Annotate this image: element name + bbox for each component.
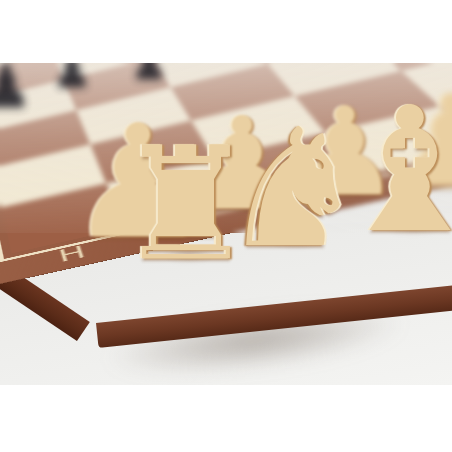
screenshot-canvas: HGFEDCBA 87654321 ♟♟♟♟♟♟♝♟♞♜ — [0, 0, 452, 452]
black-pawn-g2: ♟ — [52, 63, 92, 94]
white-rook-h8: ♜ — [116, 127, 256, 283]
photo-area: HGFEDCBA 87654321 ♟♟♟♟♟♟♝♟♞♜ — [0, 63, 452, 385]
black-pawn-h3: ♟ — [0, 63, 33, 116]
black-pawn-f2: ♟ — [130, 63, 168, 86]
pieces-layer: ♟♟♟♟♟♟♝♟♞♜ — [0, 63, 452, 385]
